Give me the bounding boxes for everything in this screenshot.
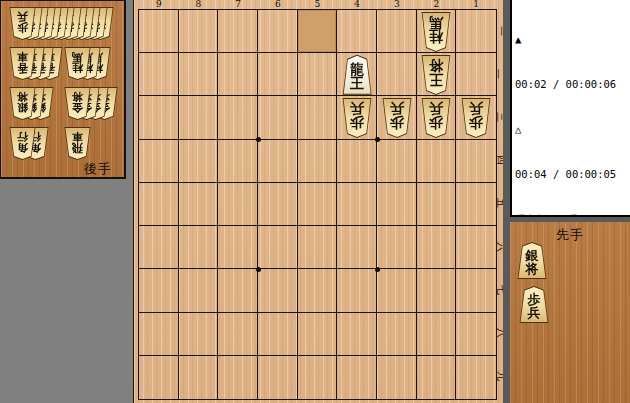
shogi-piece[interactable]: 銀将 — [516, 242, 548, 279]
board-square-2-4[interactable] — [417, 140, 457, 183]
board-square-2-9[interactable] — [417, 356, 457, 399]
board-square-7-3[interactable] — [218, 96, 258, 139]
col-label: 1 — [456, 0, 496, 9]
board-square-4-1[interactable] — [337, 10, 377, 53]
board-square-1-7[interactable] — [456, 269, 496, 312]
board-square-7-5[interactable] — [218, 183, 258, 226]
board-square-7-7[interactable] — [218, 269, 258, 312]
board-square-6-8[interactable] — [258, 313, 298, 356]
board-square-8-4[interactable] — [179, 140, 219, 183]
board-square-6-9[interactable] — [258, 356, 298, 399]
board-square-3-7[interactable] — [377, 269, 417, 312]
board-square-2-7[interactable] — [417, 269, 457, 312]
shogi-board: 桂馬龍王王将歩兵歩兵歩兵歩兵 — [138, 9, 497, 400]
board-square-4-4[interactable] — [337, 140, 377, 183]
board-square-6-2[interactable] — [258, 53, 298, 96]
board-square-5-3[interactable] — [298, 96, 338, 139]
board-square-7-6[interactable] — [218, 226, 258, 269]
board-square-7-1[interactable] — [218, 10, 258, 53]
board-square-9-7[interactable] — [139, 269, 179, 312]
col-label: 8 — [179, 0, 219, 9]
col-label: 4 — [337, 0, 377, 9]
col-label: 2 — [417, 0, 457, 9]
board-square-3-4[interactable] — [377, 140, 417, 183]
col-label: 3 — [377, 0, 417, 9]
board-square-4-7[interactable] — [337, 269, 377, 312]
sente-hand-pieces: 銀将歩兵 — [510, 222, 630, 403]
sente-mark: ▲ — [515, 32, 630, 47]
col-label: 6 — [258, 0, 298, 9]
board-square-1-1[interactable] — [456, 10, 496, 53]
board-square-9-8[interactable] — [139, 313, 179, 356]
board-square-8-2[interactable] — [179, 53, 219, 96]
board-square-4-6[interactable] — [337, 226, 377, 269]
board-square-3-6[interactable] — [377, 226, 417, 269]
board-square-6-6[interactable] — [258, 226, 298, 269]
board-square-6-4[interactable] — [258, 140, 298, 183]
game-info-panel: ▲ 00:02 / 00:00:06 △ 00:04 / 00:00:05 手合… — [510, 0, 630, 217]
shogi-piece[interactable]: 歩兵 — [381, 98, 413, 138]
board-square-7-2[interactable] — [218, 53, 258, 96]
col-label: 7 — [218, 0, 258, 9]
board-square-6-5[interactable] — [258, 183, 298, 226]
shogi-piece[interactable]: 王将 — [420, 55, 452, 95]
star-point — [256, 267, 261, 272]
board-square-8-3[interactable] — [179, 96, 219, 139]
board-square-5-4[interactable] — [298, 140, 338, 183]
board-square-7-9[interactable] — [218, 356, 258, 399]
board-square-2-5[interactable] — [417, 183, 457, 226]
board-square-7-8[interactable] — [218, 313, 258, 356]
board-square-6-3[interactable] — [258, 96, 298, 139]
gote-tray-label: 後手 — [84, 160, 112, 178]
board-square-1-5[interactable] — [456, 183, 496, 226]
board-square-9-2[interactable] — [139, 53, 179, 96]
board-square-1-8[interactable] — [456, 313, 496, 356]
board-square-7-4[interactable] — [218, 140, 258, 183]
board-square-5-7[interactable] — [298, 269, 338, 312]
board-square-3-9[interactable] — [377, 356, 417, 399]
board-square-5-5[interactable] — [298, 183, 338, 226]
board-square-5-1[interactable] — [298, 10, 338, 53]
board-square-8-1[interactable] — [179, 10, 219, 53]
shogi-piece[interactable]: 飛車 — [63, 127, 92, 160]
star-point — [256, 137, 261, 142]
shogi-piece[interactable]: 歩兵 — [341, 98, 373, 138]
board-square-5-8[interactable] — [298, 313, 338, 356]
gote-mark: △ — [515, 122, 630, 137]
star-point — [375, 267, 380, 272]
board-column-labels: 987654321 — [139, 0, 496, 9]
col-label: 9 — [139, 0, 179, 9]
shogi-piece[interactable]: 桂馬 — [420, 12, 452, 52]
board-square-8-5[interactable] — [179, 183, 219, 226]
col-label: 5 — [298, 0, 338, 9]
board-square-9-6[interactable] — [139, 226, 179, 269]
board-square-3-2[interactable] — [377, 53, 417, 96]
sente-clock: 00:02 / 00:00:06 — [515, 77, 630, 92]
board-square-2-8[interactable] — [417, 313, 457, 356]
board-square-9-3[interactable] — [139, 96, 179, 139]
board-square-6-7[interactable] — [258, 269, 298, 312]
panel-divider — [503, 0, 510, 403]
board-square-8-9[interactable] — [179, 356, 219, 399]
board-square-4-8[interactable] — [337, 313, 377, 356]
shogi-board-panel: 987654321 一二三四五六七八九 桂馬龍王王将歩兵歩兵歩兵歩兵 — [133, 0, 504, 403]
gote-hand-pieces: 歩兵歩兵歩兵歩兵歩兵歩兵歩兵歩兵歩兵歩兵歩兵歩兵歩兵香車香車香車香車桂馬桂馬桂馬… — [1, 1, 124, 177]
board-square-5-6[interactable] — [298, 226, 338, 269]
board-square-2-6[interactable] — [417, 226, 457, 269]
shogi-piece[interactable]: 龍王 — [341, 55, 373, 95]
board-square-5-9[interactable] — [298, 356, 338, 399]
gote-clock: 00:04 / 00:00:05 — [515, 167, 630, 182]
board-square-8-8[interactable] — [179, 313, 219, 356]
board-square-9-9[interactable] — [139, 356, 179, 399]
shogi-piece[interactable]: 歩兵 — [518, 286, 550, 323]
board-square-9-1[interactable] — [139, 10, 179, 53]
board-square-6-1[interactable] — [258, 10, 298, 53]
sente-hand-tray: 先手 銀将歩兵 — [510, 222, 630, 403]
board-square-4-9[interactable] — [337, 356, 377, 399]
board-square-3-1[interactable] — [377, 10, 417, 53]
board-square-1-2[interactable] — [456, 53, 496, 96]
board-square-9-4[interactable] — [139, 140, 179, 183]
board-square-1-6[interactable] — [456, 226, 496, 269]
board-square-1-9[interactable] — [456, 356, 496, 399]
gote-hand-tray: 歩兵歩兵歩兵歩兵歩兵歩兵歩兵歩兵歩兵歩兵歩兵歩兵歩兵香車香車香車香車桂馬桂馬桂馬… — [0, 0, 126, 179]
shogi-piece[interactable]: 歩兵 — [460, 98, 492, 138]
board-square-9-5[interactable] — [139, 183, 179, 226]
board-square-3-8[interactable] — [377, 313, 417, 356]
board-square-4-5[interactable] — [337, 183, 377, 226]
sente-tray-label: 先手 — [510, 226, 630, 244]
board-square-3-5[interactable] — [377, 183, 417, 226]
board-square-5-2[interactable] — [298, 53, 338, 96]
board-square-1-4[interactable] — [456, 140, 496, 183]
shogi-piece[interactable]: 歩兵 — [420, 98, 452, 138]
board-square-8-6[interactable] — [179, 226, 219, 269]
board-square-8-7[interactable] — [179, 269, 219, 312]
